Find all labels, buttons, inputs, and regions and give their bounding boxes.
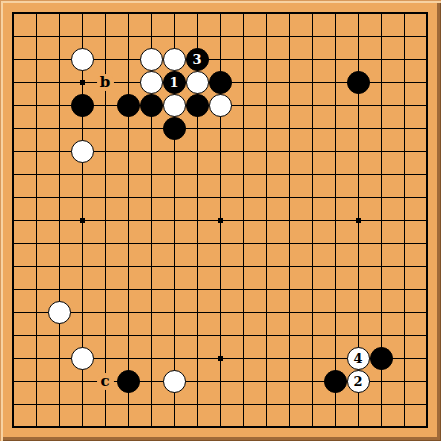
move-number-1: 1: [169, 75, 178, 88]
white-stone: [163, 48, 186, 71]
black-stone-move-1: 1: [163, 71, 186, 94]
white-stone: [163, 370, 186, 393]
white-stone: [209, 94, 232, 117]
move-number-3: 3: [192, 52, 201, 65]
white-stone: [186, 71, 209, 94]
black-stone: [209, 71, 232, 94]
white-stone: [163, 94, 186, 117]
black-stone: [370, 347, 393, 370]
white-stone: [140, 48, 163, 71]
black-stone: [117, 94, 140, 117]
white-stone-move-4: 4: [347, 347, 370, 370]
black-stone: [347, 71, 370, 94]
black-stone: [140, 94, 163, 117]
black-stone-move-3: 3: [186, 48, 209, 71]
stones-layer: 3142bc: [2, 2, 439, 439]
white-stone: [71, 347, 94, 370]
white-stone: [71, 48, 94, 71]
black-stone: [163, 117, 186, 140]
white-stone: [71, 140, 94, 163]
white-stone: [140, 71, 163, 94]
point-label-b: b: [97, 74, 114, 91]
black-stone: [117, 370, 140, 393]
go-board: 3142bc: [0, 0, 441, 441]
point-label-c: c: [97, 373, 114, 390]
move-number-2: 2: [353, 374, 362, 387]
black-stone: [186, 94, 209, 117]
white-stone-move-2: 2: [347, 370, 370, 393]
black-stone: [71, 94, 94, 117]
move-number-4: 4: [353, 351, 362, 364]
black-stone: [324, 370, 347, 393]
white-stone: [48, 301, 71, 324]
